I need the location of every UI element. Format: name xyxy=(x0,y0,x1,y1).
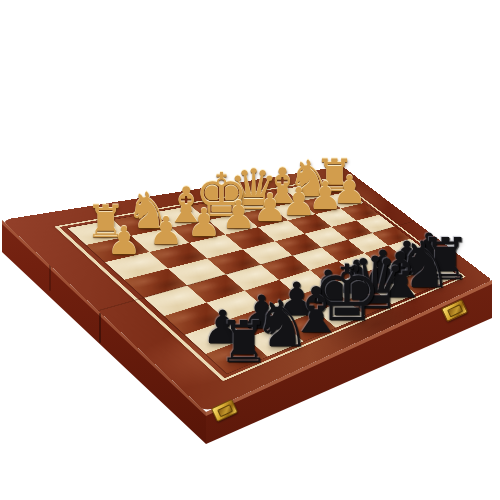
clasp-slot xyxy=(217,404,233,417)
hinge-notch xyxy=(49,263,51,291)
chess-set-product-photo[interactable]: ♜♞♝♚♛♝♞♜♟♟♟♟♟♟♟♟♟♟♟♟♟♟♟♟♜♞♝♚♛♝♞♜ xyxy=(0,0,500,500)
fold-seam xyxy=(99,313,101,343)
clasp-slot xyxy=(447,304,463,317)
chess-board xyxy=(2,166,492,412)
